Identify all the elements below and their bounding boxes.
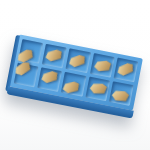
tray-shadow-wrapper xyxy=(0,0,150,150)
insert-storage-tray xyxy=(9,34,143,110)
page-body: { "image_type": "product-photo", "subjec… xyxy=(0,0,150,150)
carbide-insert xyxy=(68,54,87,69)
carbide-insert-face xyxy=(115,61,134,76)
tray-compartment xyxy=(18,39,43,64)
carbide-insert-face xyxy=(95,60,113,71)
carbide-insert-face xyxy=(89,83,107,94)
carbide-insert-face xyxy=(112,90,130,102)
carbide-insert xyxy=(115,61,134,76)
carbide-insert xyxy=(95,60,113,71)
carbide-insert-face xyxy=(40,70,59,84)
product-photo-background xyxy=(0,0,150,150)
carbide-insert xyxy=(44,48,63,62)
tray-compartment xyxy=(14,63,39,88)
tray-compartment xyxy=(38,67,63,92)
carbide-insert-face xyxy=(13,60,33,77)
tray-compartment xyxy=(42,44,67,69)
tray-compartment xyxy=(61,72,86,97)
carbide-insert xyxy=(112,90,130,102)
tray-compartment xyxy=(66,48,91,73)
tray-compartment xyxy=(90,53,115,78)
carbide-insert-face xyxy=(62,81,81,94)
carbide-insert xyxy=(62,81,81,94)
tray-compartment xyxy=(85,77,110,102)
tray-compartment-grid xyxy=(9,34,143,110)
carbide-insert xyxy=(40,70,59,84)
tray-compartment xyxy=(109,81,134,106)
carbide-insert xyxy=(13,60,33,77)
carbide-insert xyxy=(89,83,107,94)
carbide-insert-face xyxy=(68,54,87,69)
tray-compartment xyxy=(113,58,138,83)
carbide-insert-face xyxy=(44,48,63,62)
